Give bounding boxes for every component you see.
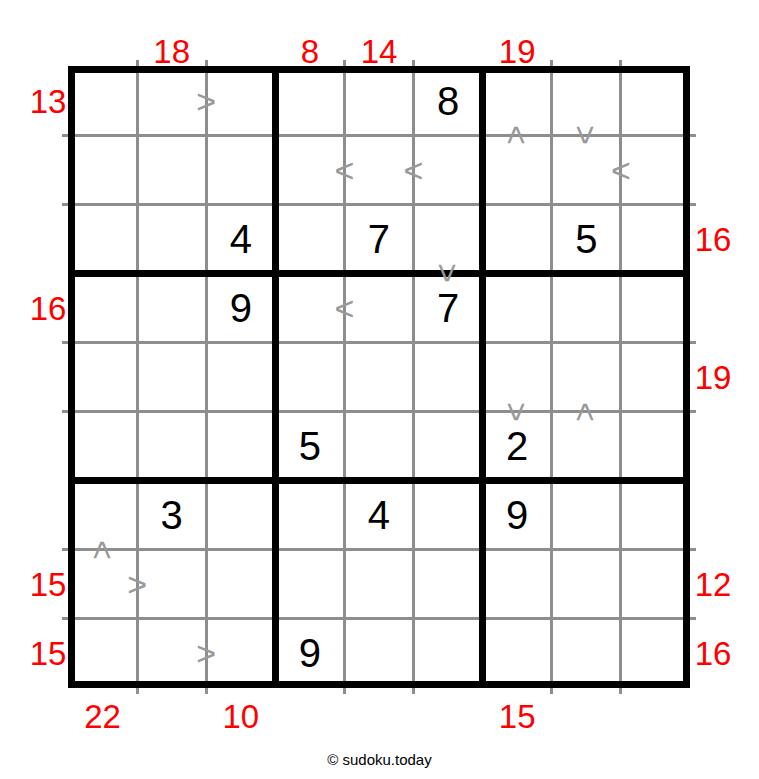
- comparison-sign-r1c7-down: <: [497, 115, 537, 155]
- frame-sum-bottom-col7: 15: [499, 700, 536, 733]
- comparison-sign-r4c4-right: <: [324, 288, 364, 328]
- comparison-sign-r5c7-down: >: [497, 392, 537, 432]
- board-outer-frame: [68, 66, 690, 688]
- comparison-sign-r3c6-down: >: [428, 253, 468, 293]
- frame-sum-left-row1: 13: [30, 84, 67, 117]
- frame-sum-top-col4: 8: [301, 35, 319, 68]
- comparison-sign-r2c8-right: <: [601, 150, 641, 190]
- sudoku-board: 847597523499 ><><<<><><<>>: [68, 66, 690, 688]
- puzzle-page: 847597523499 ><><<<><><<>> 1881419221015…: [0, 0, 759, 779]
- frame-sum-right-row5: 19: [695, 361, 732, 394]
- copyright-text: © sudoku.today: [0, 751, 759, 768]
- frame-sum-bottom-col1: 22: [84, 700, 121, 733]
- frame-sum-top-col2: 18: [153, 35, 190, 68]
- frame-sum-right-row8: 12: [695, 568, 732, 601]
- comparison-sign-r9c2-right: >: [186, 633, 226, 673]
- frame-sum-left-row9: 15: [30, 637, 67, 670]
- comparison-sign-r8c1-right: >: [117, 564, 157, 604]
- frame-sum-left-row4: 16: [30, 291, 67, 324]
- comparison-sign-r5c8-down: <: [566, 392, 606, 432]
- frame-sum-right-row3: 16: [695, 222, 732, 255]
- frame-sum-left-row8: 15: [30, 568, 67, 601]
- comparison-sign-r2c5-right: <: [394, 150, 434, 190]
- frame-sum-bottom-col3: 10: [222, 700, 259, 733]
- frame-sum-right-row9: 16: [695, 637, 732, 670]
- comparison-sign-r1c2-right: >: [186, 81, 226, 121]
- frame-sum-top-col7: 19: [499, 35, 536, 68]
- comparison-sign-r2c4-right: <: [324, 150, 364, 190]
- frame-sum-top-col5: 14: [361, 35, 398, 68]
